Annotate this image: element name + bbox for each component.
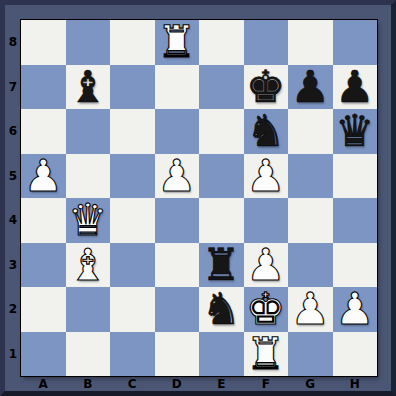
square-b2[interactable] — [66, 287, 111, 332]
piece-white-queen[interactable]: ♛ — [68, 198, 107, 243]
square-d7[interactable] — [155, 65, 200, 110]
square-a6[interactable] — [21, 109, 66, 154]
square-e7[interactable] — [199, 65, 244, 110]
square-e4[interactable] — [199, 198, 244, 243]
square-b3[interactable]: ♝ — [66, 243, 111, 288]
square-h7[interactable]: ♟ — [333, 65, 378, 110]
square-f8[interactable] — [244, 20, 289, 65]
square-d4[interactable] — [155, 198, 200, 243]
piece-black-bishop[interactable]: ♝ — [68, 65, 107, 110]
square-a3[interactable] — [21, 243, 66, 288]
square-g6[interactable] — [288, 109, 333, 154]
rank-label-1: 1 — [5, 332, 21, 377]
piece-white-pawn[interactable]: ♟ — [291, 287, 330, 332]
file-label-e: E — [199, 377, 244, 391]
square-d2[interactable] — [155, 287, 200, 332]
piece-white-bishop[interactable]: ♝ — [68, 243, 107, 288]
rank-label-5: 5 — [5, 154, 21, 199]
square-h8[interactable] — [333, 20, 378, 65]
square-b6[interactable] — [66, 109, 111, 154]
board-frame: ♜♝♚♟♟♞♛♟♟♟♛♝♜♟♞♚♟♟♜87654321ABCDEFGH — [0, 0, 396, 396]
rank-label-8: 8 — [5, 20, 21, 65]
square-d6[interactable] — [155, 109, 200, 154]
square-f5[interactable]: ♟ — [244, 154, 289, 199]
piece-black-knight[interactable]: ♞ — [202, 287, 241, 332]
rank-label-3: 3 — [5, 243, 21, 288]
square-f7[interactable]: ♚ — [244, 65, 289, 110]
piece-white-pawn[interactable]: ♟ — [24, 154, 63, 199]
square-a8[interactable] — [21, 20, 66, 65]
file-label-d: D — [155, 377, 200, 391]
square-e5[interactable] — [199, 154, 244, 199]
square-a1[interactable] — [21, 332, 66, 377]
square-d3[interactable] — [155, 243, 200, 288]
piece-white-pawn[interactable]: ♟ — [246, 154, 285, 199]
square-h4[interactable] — [333, 198, 378, 243]
square-g8[interactable] — [288, 20, 333, 65]
square-h2[interactable]: ♟ — [333, 287, 378, 332]
square-f2[interactable]: ♚ — [244, 287, 289, 332]
piece-black-pawn[interactable]: ♟ — [291, 65, 330, 110]
square-g2[interactable]: ♟ — [288, 287, 333, 332]
chess-board: ♜♝♚♟♟♞♛♟♟♟♛♝♜♟♞♚♟♟♜87654321ABCDEFGH — [21, 20, 377, 376]
square-e6[interactable] — [199, 109, 244, 154]
square-b4[interactable]: ♛ — [66, 198, 111, 243]
square-h1[interactable] — [333, 332, 378, 377]
file-label-b: B — [66, 377, 111, 391]
file-label-c: C — [110, 377, 155, 391]
file-label-a: A — [21, 377, 66, 391]
file-label-f: F — [244, 377, 289, 391]
piece-white-rook[interactable]: ♜ — [246, 332, 285, 377]
square-g5[interactable] — [288, 154, 333, 199]
square-e1[interactable] — [199, 332, 244, 377]
rank-label-2: 2 — [5, 287, 21, 332]
square-e2[interactable]: ♞ — [199, 287, 244, 332]
square-f6[interactable]: ♞ — [244, 109, 289, 154]
square-a5[interactable]: ♟ — [21, 154, 66, 199]
square-e3[interactable]: ♜ — [199, 243, 244, 288]
square-c7[interactable] — [110, 65, 155, 110]
rank-label-4: 4 — [5, 198, 21, 243]
square-f4[interactable] — [244, 198, 289, 243]
square-e8[interactable] — [199, 20, 244, 65]
square-f1[interactable]: ♜ — [244, 332, 289, 377]
piece-white-pawn[interactable]: ♟ — [335, 287, 374, 332]
square-d1[interactable] — [155, 332, 200, 377]
piece-black-queen[interactable]: ♛ — [335, 109, 374, 154]
square-g1[interactable] — [288, 332, 333, 377]
square-g4[interactable] — [288, 198, 333, 243]
square-d5[interactable]: ♟ — [155, 154, 200, 199]
square-b1[interactable] — [66, 332, 111, 377]
square-h6[interactable]: ♛ — [333, 109, 378, 154]
square-b5[interactable] — [66, 154, 111, 199]
square-c3[interactable] — [110, 243, 155, 288]
square-c6[interactable] — [110, 109, 155, 154]
piece-white-pawn[interactable]: ♟ — [157, 154, 196, 199]
square-c5[interactable] — [110, 154, 155, 199]
square-g3[interactable] — [288, 243, 333, 288]
square-c2[interactable] — [110, 287, 155, 332]
square-c1[interactable] — [110, 332, 155, 377]
square-h3[interactable] — [333, 243, 378, 288]
square-h5[interactable] — [333, 154, 378, 199]
rank-label-7: 7 — [5, 65, 21, 110]
file-label-g: G — [288, 377, 333, 391]
square-a7[interactable] — [21, 65, 66, 110]
square-a2[interactable] — [21, 287, 66, 332]
rank-label-6: 6 — [5, 109, 21, 154]
square-b8[interactable] — [66, 20, 111, 65]
piece-white-pawn[interactable]: ♟ — [246, 243, 285, 288]
piece-black-knight[interactable]: ♞ — [246, 109, 285, 154]
piece-black-pawn[interactable]: ♟ — [335, 65, 374, 110]
square-c8[interactable] — [110, 20, 155, 65]
piece-black-rook[interactable]: ♜ — [202, 243, 241, 288]
file-label-h: H — [333, 377, 378, 391]
square-c4[interactable] — [110, 198, 155, 243]
piece-black-king[interactable]: ♚ — [246, 65, 285, 110]
square-b7[interactable]: ♝ — [66, 65, 111, 110]
piece-white-king[interactable]: ♚ — [246, 287, 285, 332]
square-f3[interactable]: ♟ — [244, 243, 289, 288]
square-a4[interactable] — [21, 198, 66, 243]
square-d8[interactable]: ♜ — [155, 20, 200, 65]
square-g7[interactable]: ♟ — [288, 65, 333, 110]
piece-white-rook[interactable]: ♜ — [157, 20, 196, 65]
